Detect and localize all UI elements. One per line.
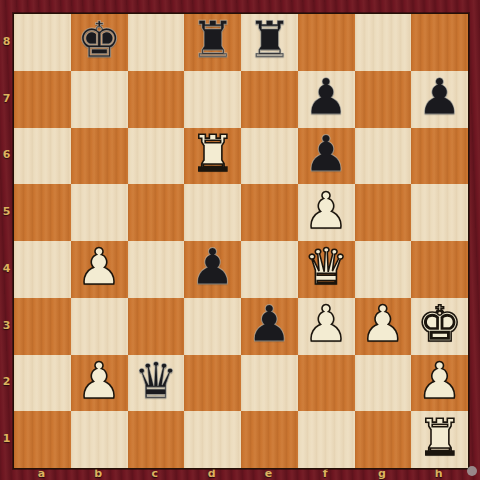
square-d5[interactable]: [184, 184, 241, 241]
piece-white-pawn[interactable]: ♟: [417, 355, 462, 409]
square-g6[interactable]: [355, 128, 412, 185]
square-c5[interactable]: [128, 184, 185, 241]
square-f1[interactable]: [298, 411, 355, 468]
rank-label-1: 1: [0, 410, 13, 467]
rank-label-6: 6: [0, 127, 13, 184]
square-c3[interactable]: [128, 298, 185, 355]
square-h2[interactable]: ♟: [411, 355, 468, 412]
square-f4[interactable]: ♛: [298, 241, 355, 298]
square-c8[interactable]: [128, 14, 185, 71]
piece-white-rook[interactable]: ♜: [190, 128, 235, 182]
rank-label-7: 7: [0, 70, 13, 127]
piece-black-rook[interactable]: ♜: [190, 14, 235, 68]
square-a6[interactable]: [14, 128, 71, 185]
square-e4[interactable]: [241, 241, 298, 298]
square-h1[interactable]: ♜: [411, 411, 468, 468]
corner-dot: [467, 466, 477, 476]
square-g1[interactable]: [355, 411, 412, 468]
piece-black-rook[interactable]: ♜: [247, 14, 292, 68]
rank-label-2: 2: [0, 354, 13, 411]
square-h3[interactable]: ♚: [411, 298, 468, 355]
square-b4[interactable]: ♟: [71, 241, 128, 298]
piece-white-pawn[interactable]: ♟: [360, 298, 405, 352]
square-h4[interactable]: [411, 241, 468, 298]
square-h7[interactable]: ♟: [411, 71, 468, 128]
square-d3[interactable]: [184, 298, 241, 355]
square-d4[interactable]: ♟: [184, 241, 241, 298]
rank-label-5: 5: [0, 183, 13, 240]
square-g3[interactable]: ♟: [355, 298, 412, 355]
piece-white-king[interactable]: ♚: [417, 298, 462, 352]
square-e5[interactable]: [241, 184, 298, 241]
square-d1[interactable]: [184, 411, 241, 468]
square-f8[interactable]: [298, 14, 355, 71]
square-e6[interactable]: [241, 128, 298, 185]
piece-white-pawn[interactable]: ♟: [77, 241, 122, 295]
chess-board-frame: 87654321 abcdefgh ♚♜♜♟♟♜♟♟♟♟♛♟♟♟♚♟♛♟♜: [0, 0, 480, 480]
square-b8[interactable]: ♚: [71, 14, 128, 71]
square-c1[interactable]: [128, 411, 185, 468]
square-b5[interactable]: [71, 184, 128, 241]
square-e7[interactable]: [241, 71, 298, 128]
square-f2[interactable]: [298, 355, 355, 412]
piece-black-queen[interactable]: ♛: [133, 355, 178, 409]
square-a5[interactable]: [14, 184, 71, 241]
square-e8[interactable]: ♜: [241, 14, 298, 71]
square-c6[interactable]: [128, 128, 185, 185]
rank-label-3: 3: [0, 297, 13, 354]
square-d7[interactable]: [184, 71, 241, 128]
rank-coordinates: 87654321: [0, 13, 13, 467]
square-h6[interactable]: [411, 128, 468, 185]
piece-white-queen[interactable]: ♛: [304, 241, 349, 295]
square-h5[interactable]: [411, 184, 468, 241]
square-b7[interactable]: [71, 71, 128, 128]
piece-black-king[interactable]: ♚: [77, 14, 122, 68]
piece-white-pawn[interactable]: ♟: [304, 184, 349, 238]
square-a8[interactable]: [14, 14, 71, 71]
square-h8[interactable]: [411, 14, 468, 71]
square-a1[interactable]: [14, 411, 71, 468]
square-e3[interactable]: ♟: [241, 298, 298, 355]
square-a2[interactable]: [14, 355, 71, 412]
square-d8[interactable]: ♜: [184, 14, 241, 71]
piece-black-pawn[interactable]: ♟: [247, 298, 292, 352]
square-g7[interactable]: [355, 71, 412, 128]
square-d6[interactable]: ♜: [184, 128, 241, 185]
piece-white-pawn[interactable]: ♟: [77, 355, 122, 409]
square-b6[interactable]: [71, 128, 128, 185]
square-g2[interactable]: [355, 355, 412, 412]
piece-black-pawn[interactable]: ♟: [304, 128, 349, 182]
piece-black-pawn[interactable]: ♟: [190, 241, 235, 295]
square-f7[interactable]: ♟: [298, 71, 355, 128]
rank-label-4: 4: [0, 240, 13, 297]
piece-white-pawn[interactable]: ♟: [304, 298, 349, 352]
square-a7[interactable]: [14, 71, 71, 128]
square-g8[interactable]: [355, 14, 412, 71]
piece-black-pawn[interactable]: ♟: [417, 71, 462, 125]
piece-black-pawn[interactable]: ♟: [304, 71, 349, 125]
square-c2[interactable]: ♛: [128, 355, 185, 412]
square-b2[interactable]: ♟: [71, 355, 128, 412]
square-c4[interactable]: [128, 241, 185, 298]
square-b3[interactable]: [71, 298, 128, 355]
square-g5[interactable]: [355, 184, 412, 241]
rank-label-8: 8: [0, 13, 13, 70]
square-e1[interactable]: [241, 411, 298, 468]
square-f6[interactable]: ♟: [298, 128, 355, 185]
square-b1[interactable]: [71, 411, 128, 468]
piece-white-rook[interactable]: ♜: [417, 411, 462, 465]
square-d2[interactable]: [184, 355, 241, 412]
square-g4[interactable]: [355, 241, 412, 298]
square-a3[interactable]: [14, 298, 71, 355]
square-e2[interactable]: [241, 355, 298, 412]
square-c7[interactable]: [128, 71, 185, 128]
square-a4[interactable]: [14, 241, 71, 298]
square-f3[interactable]: ♟: [298, 298, 355, 355]
chess-board: ♚♜♜♟♟♜♟♟♟♟♛♟♟♟♚♟♛♟♜: [13, 13, 469, 469]
square-f5[interactable]: ♟: [298, 184, 355, 241]
